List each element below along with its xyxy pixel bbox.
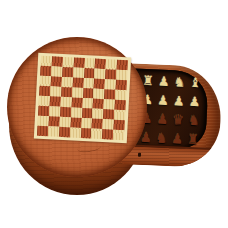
square-h8 <box>117 60 128 71</box>
square-c4 <box>60 97 71 108</box>
chess-box-lid <box>7 37 147 177</box>
square-a1 <box>37 126 48 137</box>
square-a4 <box>39 96 50 107</box>
square-g4 <box>104 99 115 110</box>
piece-tray: ♜♟♞♝♟♟♟♟♟♟♛♞♟♞♟♜ <box>137 71 203 150</box>
square-b4 <box>49 96 60 107</box>
square-e4 <box>82 98 93 109</box>
square-c6 <box>61 77 72 88</box>
square-e7 <box>84 68 95 79</box>
square-g6 <box>105 79 116 90</box>
square-e2 <box>81 118 92 129</box>
square-h4 <box>115 100 126 111</box>
square-a5 <box>39 86 50 97</box>
square-g2 <box>103 119 114 130</box>
tray-piece-black-knight: ♞ <box>155 131 167 144</box>
square-a3 <box>38 106 49 117</box>
square-e5 <box>83 88 94 99</box>
square-d6 <box>72 77 83 88</box>
drawer-front <box>120 144 220 168</box>
square-b6 <box>50 76 61 87</box>
tray-piece-white-knight: ♞ <box>173 75 185 88</box>
square-e3 <box>81 108 92 119</box>
square-g1 <box>102 129 113 140</box>
tray-piece-black-queen: ♛ <box>172 113 184 126</box>
square-a6 <box>40 76 51 87</box>
product-photo: ♜♟♞♝♟♟♟♟♟♟♛♞♟♞♟♜ <box>0 0 228 228</box>
tray-piece-white-pawn: ♟ <box>157 93 169 106</box>
square-b8 <box>51 56 62 67</box>
square-h5 <box>115 90 126 101</box>
square-g3 <box>103 109 114 120</box>
tray-piece-white-pawn: ♟ <box>173 94 185 107</box>
wood-grain-mark <box>77 142 102 154</box>
square-f8 <box>95 59 106 70</box>
tray-piece-white-bishop: ♝ <box>189 76 201 89</box>
square-d8 <box>73 57 84 68</box>
square-h2 <box>114 120 125 131</box>
square-e6 <box>83 78 94 89</box>
square-d1 <box>70 127 81 138</box>
square-f6 <box>94 79 105 90</box>
square-c8 <box>62 57 73 68</box>
drawer-knob <box>138 153 141 157</box>
square-f5 <box>93 89 104 100</box>
square-f2 <box>92 119 103 130</box>
square-a8 <box>41 56 52 67</box>
square-c7 <box>62 67 73 78</box>
tray-piece-white-pawn: ♟ <box>188 95 200 108</box>
square-g8 <box>106 59 117 70</box>
square-d5 <box>72 87 83 98</box>
square-c3 <box>60 107 71 118</box>
square-f3 <box>92 109 103 120</box>
chessboard <box>34 53 131 144</box>
tray-piece-black-pawn: ♟ <box>171 132 183 145</box>
tray-piece-black-rook: ♜ <box>187 133 199 146</box>
tray-piece-black-pawn: ♟ <box>156 112 168 125</box>
square-d2 <box>70 117 81 128</box>
square-f1 <box>91 129 102 140</box>
square-h3 <box>114 110 125 121</box>
tray-piece-white-pawn: ♟ <box>158 75 170 88</box>
square-e8 <box>84 58 95 69</box>
square-f4 <box>93 99 104 110</box>
square-g7 <box>105 69 116 80</box>
square-g5 <box>104 89 115 100</box>
board-grid <box>37 56 128 140</box>
square-e1 <box>80 128 91 139</box>
square-b2 <box>48 116 59 127</box>
square-c1 <box>59 127 70 138</box>
tray-piece-black-knight: ♞ <box>188 114 200 127</box>
square-b5 <box>50 86 61 97</box>
square-c5 <box>61 87 72 98</box>
square-d3 <box>71 107 82 118</box>
square-f7 <box>94 69 105 80</box>
square-d4 <box>71 97 82 108</box>
square-d7 <box>73 67 84 78</box>
square-h7 <box>116 70 127 81</box>
square-a7 <box>40 66 51 77</box>
square-c2 <box>59 117 70 128</box>
square-b3 <box>49 106 60 117</box>
square-b1 <box>48 126 59 137</box>
square-b7 <box>51 66 62 77</box>
square-h6 <box>116 80 127 91</box>
square-h1 <box>113 130 124 141</box>
square-a2 <box>37 116 48 127</box>
